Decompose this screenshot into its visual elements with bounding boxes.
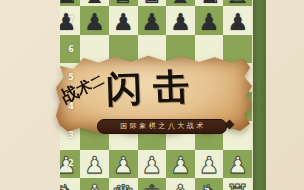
square-d7[interactable]: ♟ <box>109 6 138 35</box>
white-pawn-piece: ♟ <box>170 154 191 177</box>
black-pawn-piece: ♟ <box>170 11 191 34</box>
white-queen-piece: ♛ <box>111 181 135 190</box>
rank-label-6: 6 <box>65 45 77 54</box>
white-bishop-piece: ♝ <box>168 181 192 190</box>
white-knight-piece: ♞ <box>60 181 78 190</box>
square-e1[interactable]: ♚ <box>138 178 167 190</box>
thumbnail-stage: ♜♞♝♛♚♝♞♜♟♟♟♟♟♟♟♟♟♟♟♟♟♟♟♟♜♞♝♛♚♝♞♜ 765432 … <box>0 0 304 190</box>
square-d1[interactable]: ♛ <box>109 178 138 190</box>
square-g1[interactable]: ♞ <box>195 178 224 190</box>
white-knight-piece: ♞ <box>197 181 221 190</box>
square-f7[interactable]: ♟ <box>166 6 195 35</box>
square-e2[interactable]: ♟ <box>138 150 167 179</box>
rank-label-4: 4 <box>65 102 77 111</box>
square-f2[interactable]: ♟ <box>166 150 195 179</box>
white-pawn-piece: ♟ <box>227 154 248 177</box>
white-bishop-piece: ♝ <box>82 181 106 190</box>
white-king-piece: ♚ <box>140 181 164 190</box>
rank-label-3: 3 <box>65 131 77 140</box>
black-pawn-piece: ♟ <box>84 11 105 34</box>
white-pawn-piece: ♟ <box>84 154 105 177</box>
black-pawn-piece: ♟ <box>227 11 248 34</box>
subtitle-text: 国际象棋之八大战术 <box>120 123 206 130</box>
square-g7[interactable]: ♟ <box>195 6 224 35</box>
square-f1[interactable]: ♝ <box>166 178 195 190</box>
square-g2[interactable]: ♟ <box>195 150 224 179</box>
square-h7[interactable]: ♟ <box>223 6 252 35</box>
square-h2[interactable]: ♟ <box>223 150 252 179</box>
square-e7[interactable]: ♟ <box>138 6 167 35</box>
rank-label-2: 2 <box>65 159 77 168</box>
black-pawn-piece: ♟ <box>142 11 163 34</box>
square-c2[interactable]: ♟ <box>80 150 109 179</box>
black-pawn-piece: ♟ <box>113 11 134 34</box>
square-d2[interactable]: ♟ <box>109 150 138 179</box>
rank-label-7: 7 <box>65 16 77 25</box>
white-pawn-piece: ♟ <box>142 154 163 177</box>
board-right-edge <box>253 0 266 190</box>
square-h1[interactable]: ♜ <box>223 178 252 190</box>
white-pawn-piece: ♟ <box>199 154 220 177</box>
black-pawn-piece: ♟ <box>199 11 220 34</box>
square-c1[interactable]: ♝ <box>80 178 109 190</box>
rank-label-5: 5 <box>65 73 77 82</box>
white-pawn-piece: ♟ <box>113 154 134 177</box>
white-rook-piece: ♜ <box>226 181 250 190</box>
subtitle-strip: 国际象棋之八大战术 <box>97 119 227 134</box>
square-b1[interactable]: ♞ <box>60 178 80 190</box>
square-c7[interactable]: ♟ <box>80 6 109 35</box>
banner-title: 闪击 <box>105 67 200 106</box>
